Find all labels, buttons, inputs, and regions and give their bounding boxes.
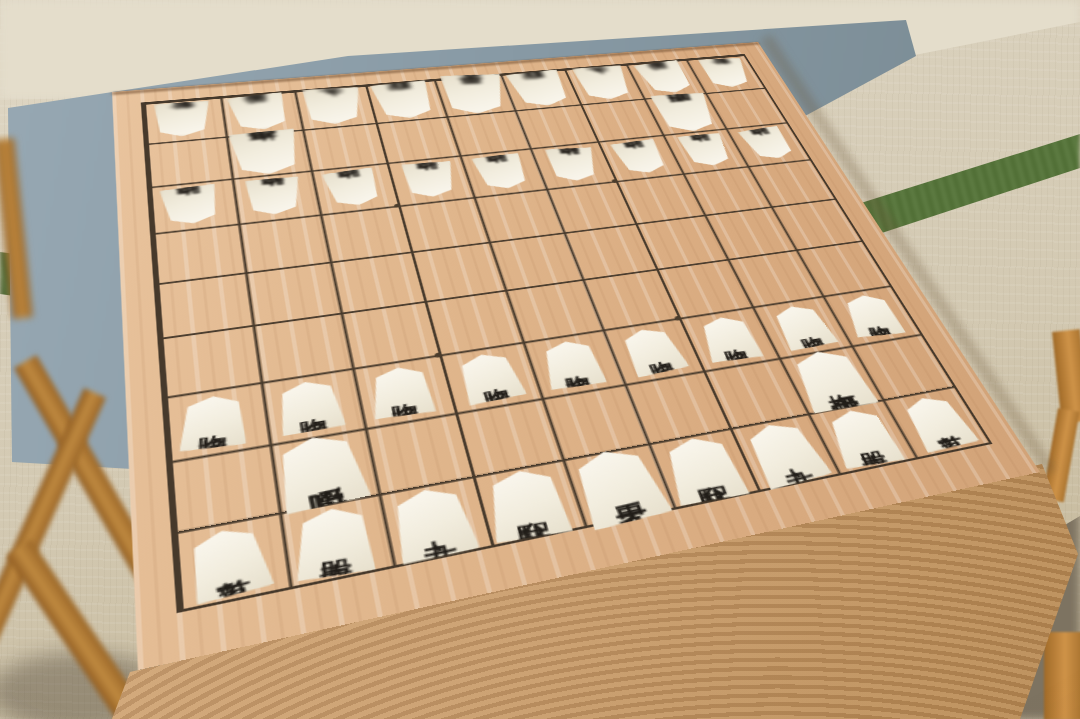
piece-kanji-label: 六九 bbox=[417, 518, 450, 525]
piece-gold-sente: 駅弁 bbox=[483, 465, 573, 543]
piece-kanji-label: 接吻 bbox=[492, 170, 513, 173]
piece-pawn-sente: 接吻 bbox=[453, 350, 527, 406]
piece-bishop-sente: 咀嚼 bbox=[272, 430, 372, 515]
piece-silver-gote: 六九 bbox=[572, 65, 636, 101]
piece-gold-gote: 駅弁 bbox=[370, 80, 439, 121]
piece-silver-sente: 六九 bbox=[739, 417, 833, 489]
piece-gold-sente: 駅弁 bbox=[659, 433, 750, 506]
piece-lance-sente: 乳首 bbox=[184, 522, 275, 605]
piece-pawn-sente: 接吻 bbox=[840, 294, 907, 338]
piece-kanji-label: 乳首 bbox=[716, 72, 735, 73]
piece-kanji-label: 接吻 bbox=[296, 404, 323, 409]
piece-kanji-label: 接吻 bbox=[760, 142, 777, 145]
piece-kanji-label: 昇天 bbox=[601, 481, 635, 489]
piece-kanji-label: 接吻 bbox=[262, 195, 286, 197]
piece-lance-gote: 乳首 bbox=[698, 58, 754, 88]
piece-kanji-label: 接吻 bbox=[718, 337, 740, 340]
piece-kanji-label: 接吻 bbox=[696, 149, 715, 151]
piece-knight-sente: 素股 bbox=[822, 406, 906, 468]
piece-pawn-sente: 接吻 bbox=[180, 393, 247, 452]
piece-kanji-label: 六九 bbox=[321, 105, 346, 106]
piece-kanji-label: 六九 bbox=[772, 449, 799, 456]
chair-leg bbox=[1044, 632, 1080, 719]
piece-kanji-label: 愛撫 bbox=[818, 377, 846, 382]
piece-kanji-label: 接吻 bbox=[792, 325, 813, 329]
piece-kanji-label: 接吻 bbox=[477, 375, 502, 380]
piece-knight-gote: 素股 bbox=[226, 92, 293, 133]
piece-pawn-gote: 接吻 bbox=[400, 161, 457, 199]
piece-kanji-label: 昇天 bbox=[460, 94, 487, 95]
piece-pawn-sente: 接吻 bbox=[616, 325, 690, 378]
piece-kanji-label: 乳首 bbox=[927, 419, 949, 424]
piece-pawn-sente: 接吻 bbox=[767, 303, 838, 352]
piece-kanji-label: 咀嚼 bbox=[303, 467, 339, 475]
piece-pawn-sente: 接吻 bbox=[274, 377, 346, 437]
piece-pawn-sente: 接吻 bbox=[539, 338, 608, 390]
piece-pawn-gote: 接吻 bbox=[471, 153, 533, 192]
piece-kanji-label: 接吻 bbox=[389, 390, 415, 393]
piece-kanji-label: 駅弁 bbox=[511, 500, 544, 505]
piece-pawn-gote: 接吻 bbox=[609, 139, 671, 176]
piece-kanji-label: 駅弁 bbox=[528, 87, 550, 90]
piece-kanji-label: 愛撫 bbox=[251, 151, 280, 154]
piece-kanji-label: 乳首 bbox=[170, 118, 194, 120]
piece-pawn-gote: 接吻 bbox=[159, 183, 222, 227]
piece-lance-sente: 乳首 bbox=[897, 393, 980, 453]
piece-knight-gote: 素股 bbox=[633, 60, 698, 96]
piece-pawn-gote: 接吻 bbox=[676, 133, 735, 168]
piece-kanji-label: 接吻 bbox=[562, 163, 582, 164]
piece-kanji-label: 素股 bbox=[317, 539, 351, 544]
piece-kanji-label: 接吻 bbox=[199, 420, 228, 423]
piece-kanji-label: 咀嚼 bbox=[673, 112, 697, 114]
piece-rook-gote: 愛撫 bbox=[229, 129, 304, 178]
piece-kanji-label: 接吻 bbox=[642, 348, 664, 353]
piece-kanji-label: 接吻 bbox=[561, 362, 585, 365]
piece-silver-gote: 六九 bbox=[302, 87, 364, 126]
piece-pawn-sente: 接吻 bbox=[696, 315, 764, 363]
piece-kanji-label: 接吻 bbox=[631, 155, 650, 158]
piece-kanji-label: 素股 bbox=[851, 435, 876, 439]
piece-kanji-label: 六九 bbox=[593, 82, 615, 84]
piece-knight-sente: 素股 bbox=[293, 504, 375, 582]
piece-kanji-label: 乳首 bbox=[212, 558, 245, 567]
piece-kanji-label: 接吻 bbox=[341, 186, 363, 189]
piece-kanji-label: 接吻 bbox=[418, 178, 440, 180]
piece-king-sente: 昇天 bbox=[565, 443, 672, 530]
piece-kanji-label: 駅弁 bbox=[689, 466, 719, 471]
piece-kanji-label: 素股 bbox=[247, 111, 271, 114]
piece-rook-sente: 愛撫 bbox=[786, 347, 879, 413]
piece-bishop-gote: 咀嚼 bbox=[650, 93, 721, 133]
piece-pawn-sente: 接吻 bbox=[368, 364, 436, 419]
piece-pawn-gote: 接吻 bbox=[245, 176, 303, 216]
piece-kanji-label: 素股 bbox=[656, 76, 675, 79]
piece-pawn-gote: 接吻 bbox=[738, 125, 800, 161]
piece-pawn-gote: 接吻 bbox=[545, 147, 601, 182]
piece-kanji-label: 駅弁 bbox=[392, 99, 416, 102]
piece-kanji-label: 接吻 bbox=[863, 314, 884, 316]
piece-pawn-gote: 接吻 bbox=[321, 167, 385, 209]
piece-silver-sente: 六九 bbox=[387, 482, 480, 564]
piece-king-gote: 昇天 bbox=[439, 74, 508, 115]
piece-kanji-label: 接吻 bbox=[179, 203, 203, 206]
piece-lance-gote: 乳首 bbox=[153, 101, 210, 139]
photo-scene: 乳首素股六九駅弁昇天駅弁六九素股乳首愛撫咀嚼接吻接吻接吻接吻接吻接吻接吻接吻接吻… bbox=[0, 0, 1080, 719]
piece-gold-gote: 駅弁 bbox=[505, 69, 574, 108]
